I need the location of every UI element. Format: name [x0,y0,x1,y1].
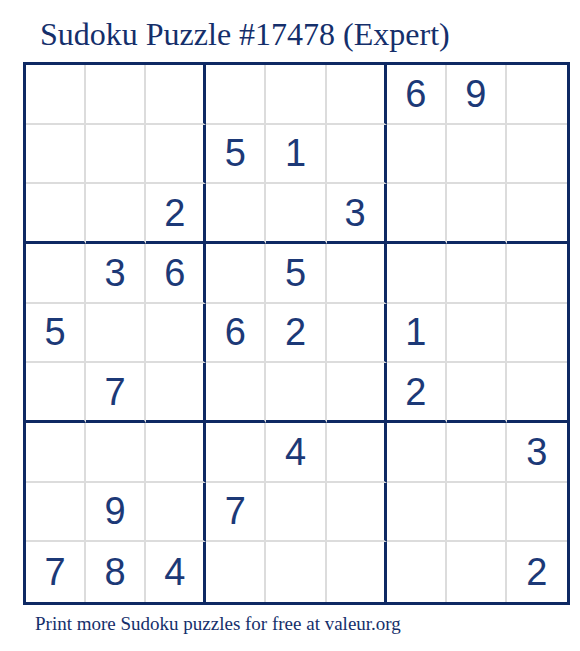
cell-r5c3[interactable] [146,304,206,364]
cell-r1c1[interactable] [26,65,86,125]
cell-r2c8[interactable] [447,125,507,185]
cell-r8c6[interactable] [327,483,387,543]
cell-r3c3[interactable]: 2 [146,184,206,244]
cell-r7c1[interactable] [26,423,86,483]
footer-text: Print more Sudoku puzzles for free at va… [35,613,401,635]
cell-r1c4[interactable] [206,65,266,125]
cell-r5c1[interactable]: 5 [26,304,86,364]
cell-r8c3[interactable] [146,483,206,543]
sudoku-page: Sudoku Puzzle #17478 (Expert) 6951233655… [0,0,580,651]
cell-r3c7[interactable] [387,184,447,244]
cell-r1c6[interactable] [327,65,387,125]
page-title: Sudoku Puzzle #17478 (Expert) [40,16,450,53]
cell-r2c4[interactable]: 5 [206,125,266,185]
cell-r4c5[interactable]: 5 [266,244,326,304]
cell-r8c8[interactable] [447,483,507,543]
cell-r9c4[interactable] [206,542,266,602]
cell-r5c2[interactable] [86,304,146,364]
cell-r1c3[interactable] [146,65,206,125]
cell-r5c8[interactable] [447,304,507,364]
cell-r6c3[interactable] [146,363,206,423]
cell-r2c5[interactable]: 1 [266,125,326,185]
cell-r5c9[interactable] [507,304,567,364]
cell-r9c5[interactable] [266,542,326,602]
cell-r3c5[interactable] [266,184,326,244]
cell-r9c3[interactable]: 4 [146,542,206,602]
cell-r6c7[interactable]: 2 [387,363,447,423]
cell-r7c3[interactable] [146,423,206,483]
cell-r1c9[interactable] [507,65,567,125]
cell-r2c1[interactable] [26,125,86,185]
cell-r8c5[interactable] [266,483,326,543]
cell-r8c7[interactable] [387,483,447,543]
cell-r6c8[interactable] [447,363,507,423]
cell-r3c4[interactable] [206,184,266,244]
cell-r4c9[interactable] [507,244,567,304]
cell-r6c6[interactable] [327,363,387,423]
cell-r4c4[interactable] [206,244,266,304]
cell-r7c6[interactable] [327,423,387,483]
cell-r5c5[interactable]: 2 [266,304,326,364]
cell-r3c9[interactable] [507,184,567,244]
cell-r1c7[interactable]: 6 [387,65,447,125]
cell-r3c6[interactable]: 3 [327,184,387,244]
cell-r7c8[interactable] [447,423,507,483]
cell-r4c6[interactable] [327,244,387,304]
cell-r7c2[interactable] [86,423,146,483]
cell-r1c2[interactable] [86,65,146,125]
cell-r9c6[interactable] [327,542,387,602]
cell-r9c1[interactable]: 7 [26,542,86,602]
cell-r3c8[interactable] [447,184,507,244]
cell-r2c7[interactable] [387,125,447,185]
cell-r1c8[interactable]: 9 [447,65,507,125]
cell-r8c9[interactable] [507,483,567,543]
cell-r7c5[interactable]: 4 [266,423,326,483]
cell-r8c4[interactable]: 7 [206,483,266,543]
cell-r5c7[interactable]: 1 [387,304,447,364]
cell-r9c8[interactable] [447,542,507,602]
cell-r9c7[interactable] [387,542,447,602]
cell-r9c2[interactable]: 8 [86,542,146,602]
sudoku-board: 69512336556217243977842 [23,62,570,605]
cell-r4c3[interactable]: 6 [146,244,206,304]
cell-r7c9[interactable]: 3 [507,423,567,483]
cell-r8c2[interactable]: 9 [86,483,146,543]
cell-r6c5[interactable] [266,363,326,423]
cell-r6c9[interactable] [507,363,567,423]
cell-r1c5[interactable] [266,65,326,125]
cell-r4c2[interactable]: 3 [86,244,146,304]
cell-r4c8[interactable] [447,244,507,304]
cell-r5c6[interactable] [327,304,387,364]
cell-r6c2[interactable]: 7 [86,363,146,423]
cell-r8c1[interactable] [26,483,86,543]
cell-r6c1[interactable] [26,363,86,423]
cell-r4c7[interactable] [387,244,447,304]
cell-r7c4[interactable] [206,423,266,483]
cell-r9c9[interactable]: 2 [507,542,567,602]
cell-r3c1[interactable] [26,184,86,244]
cell-r7c7[interactable] [387,423,447,483]
cell-r5c4[interactable]: 6 [206,304,266,364]
cell-r6c4[interactable] [206,363,266,423]
cell-r2c6[interactable] [327,125,387,185]
cell-r4c1[interactable] [26,244,86,304]
cell-r2c2[interactable] [86,125,146,185]
cell-r3c2[interactable] [86,184,146,244]
cell-r2c3[interactable] [146,125,206,185]
cell-r2c9[interactable] [507,125,567,185]
